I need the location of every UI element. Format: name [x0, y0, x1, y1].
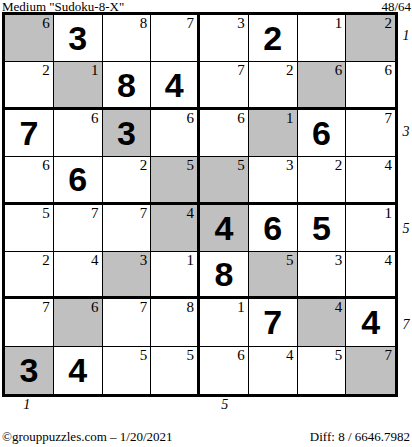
pencil-mark: 2 [140, 157, 148, 173]
cell-r3c8[interactable]: 7 [346, 110, 395, 157]
cell-r7c3[interactable]: 7 [103, 299, 152, 346]
given-digit: 7 [263, 305, 282, 339]
cell-r2c4[interactable]: 4 [151, 62, 200, 109]
cell-r8c1[interactable]: 3 [5, 347, 54, 394]
pencil-mark: 3 [286, 157, 294, 173]
cell-r8c5[interactable]: 6 [200, 347, 249, 394]
given-digit: 8 [214, 257, 233, 291]
row-labels: 1357 [400, 12, 412, 397]
cell-r5c8[interactable]: 1 [346, 205, 395, 252]
cell-r1c3[interactable]: 8 [103, 15, 152, 62]
cell-r7c4[interactable]: 8 [151, 299, 200, 346]
pencil-mark: 6 [42, 157, 50, 173]
cell-r8c8[interactable]: 7 [346, 347, 395, 394]
pencil-mark: 3 [140, 252, 148, 268]
pencil-mark: 2 [42, 252, 50, 268]
pencil-mark: 6 [335, 62, 343, 78]
pencil-mark: 2 [385, 15, 393, 31]
given-digit: 3 [68, 21, 87, 55]
cell-r4c5[interactable]: 5 [200, 157, 249, 204]
copyright-text: ©grouppuzzles.com – 1/20/2021 [2, 429, 173, 445]
row-label-3: 3 [400, 108, 412, 156]
row-label-1: 1 [400, 12, 412, 60]
col-label-empty [101, 397, 151, 415]
cell-r2c7[interactable]: 6 [298, 62, 347, 109]
cell-r6c4[interactable]: 1 [151, 252, 200, 299]
cell-r7c1[interactable]: 7 [5, 299, 54, 346]
pencil-mark: 1 [91, 62, 99, 78]
pencil-mark: 6 [91, 110, 99, 126]
given-digit: 7 [19, 116, 38, 150]
cell-r3c2[interactable]: 6 [54, 110, 103, 157]
footer: ©grouppuzzles.com – 1/20/2021 Diff: 8 / … [2, 429, 410, 445]
col-label-empty [151, 397, 201, 415]
cell-r5c4[interactable]: 4 [151, 205, 200, 252]
cell-r2c3[interactable]: 8 [103, 62, 152, 109]
cell-r7c5[interactable]: 1 [200, 299, 249, 346]
pencil-mark: 5 [140, 347, 148, 363]
given-digit: 3 [19, 353, 38, 387]
pencil-mark: 2 [42, 62, 50, 78]
cell-r6c1[interactable]: 2 [5, 252, 54, 299]
pencil-mark: 4 [91, 252, 99, 268]
cell-r6c3[interactable]: 3 [103, 252, 152, 299]
cell-r3c1[interactable]: 7 [5, 110, 54, 157]
cell-r4c8[interactable]: 4 [346, 157, 395, 204]
pencil-mark: 1 [335, 15, 343, 31]
row-label-empty [400, 60, 412, 108]
col-label-empty [299, 397, 349, 415]
cell-r1c8[interactable]: 2 [346, 15, 395, 62]
pencil-mark: 5 [187, 347, 195, 363]
cell-r1c4[interactable]: 7 [151, 15, 200, 62]
row-label-empty [400, 349, 412, 397]
pencil-mark: 6 [91, 299, 99, 315]
pencil-mark: 3 [335, 252, 343, 268]
cell-r1c7[interactable]: 1 [298, 15, 347, 62]
difficulty-text: Diff: 8 / 6646.7982 [310, 429, 410, 445]
cell-r1c1[interactable]: 6 [5, 15, 54, 62]
pencil-mark: 4 [385, 157, 393, 173]
cell-r5c6[interactable]: 6 [249, 205, 298, 252]
pencil-mark: 5 [335, 347, 343, 363]
cell-r7c8[interactable]: 4 [346, 299, 395, 346]
given-digit: 4 [165, 68, 184, 102]
pencil-mark: 7 [385, 110, 393, 126]
col-label-empty [52, 397, 102, 415]
cell-r4c1[interactable]: 6 [5, 157, 54, 204]
pencil-mark: 6 [237, 110, 245, 126]
cell-r5c2[interactable]: 7 [54, 205, 103, 252]
cell-r2c5[interactable]: 7 [200, 62, 249, 109]
pencil-mark: 5 [42, 205, 50, 221]
col-label-5: 5 [200, 397, 250, 415]
cell-r2c2[interactable]: 1 [54, 62, 103, 109]
pencil-mark: 5 [187, 157, 195, 173]
pencil-mark: 6 [385, 62, 393, 78]
given-digit: 4 [361, 305, 380, 339]
cell-r4c3[interactable]: 2 [103, 157, 152, 204]
cell-r4c6[interactable]: 3 [249, 157, 298, 204]
cell-r8c6[interactable]: 4 [249, 347, 298, 394]
pencil-mark: 8 [140, 15, 148, 31]
given-digit: 2 [263, 21, 282, 55]
pencil-mark: 4 [335, 299, 343, 315]
given-digit: 6 [68, 162, 87, 196]
row-label-empty [400, 253, 412, 301]
pencil-mark: 3 [237, 15, 245, 31]
col-label-1: 1 [2, 397, 52, 415]
cell-r7c7[interactable]: 4 [298, 299, 347, 346]
sudoku-board: 6387321221847266763661676625532457744651… [2, 12, 398, 397]
cell-r5c1[interactable]: 5 [5, 205, 54, 252]
pencil-mark: 7 [187, 15, 195, 31]
cell-r7c2[interactable]: 6 [54, 299, 103, 346]
pencil-mark: 1 [286, 110, 294, 126]
cell-r7c6[interactable]: 7 [249, 299, 298, 346]
cell-r2c6[interactable]: 2 [249, 62, 298, 109]
given-digit: 8 [117, 68, 136, 102]
pencil-mark: 1 [385, 205, 393, 221]
cell-r8c2[interactable]: 4 [54, 347, 103, 394]
cell-r2c8[interactable]: 6 [346, 62, 395, 109]
cell-r5c5[interactable]: 4 [200, 205, 249, 252]
cell-r1c5[interactable]: 3 [200, 15, 249, 62]
col-label-empty [250, 397, 300, 415]
pencil-mark: 5 [237, 157, 245, 173]
cell-r4c7[interactable]: 2 [298, 157, 347, 204]
cell-r6c5[interactable]: 8 [200, 252, 249, 299]
pencil-mark: 4 [286, 347, 294, 363]
given-digit: 3 [117, 116, 136, 150]
row-label-5: 5 [400, 205, 412, 253]
cell-r4c4[interactable]: 5 [151, 157, 200, 204]
pencil-mark: 7 [385, 347, 393, 363]
pencil-mark: 7 [91, 205, 99, 221]
pencil-mark: 2 [335, 157, 343, 173]
given-digit: 4 [214, 211, 233, 245]
pencil-mark: 1 [187, 252, 195, 268]
pencil-mark: 6 [187, 110, 195, 126]
cell-r6c8[interactable]: 4 [346, 252, 395, 299]
pencil-mark: 4 [385, 252, 393, 268]
cell-r8c7[interactable]: 5 [298, 347, 347, 394]
col-labels: 15 [2, 397, 398, 415]
row-label-7: 7 [400, 301, 412, 349]
cell-r3c4[interactable]: 6 [151, 110, 200, 157]
puzzle-page: Medium "Sudoku-8-X" 48/64 63873212218472… [0, 0, 412, 447]
cell-r1c2[interactable]: 3 [54, 15, 103, 62]
cell-r3c7[interactable]: 6 [298, 110, 347, 157]
pencil-mark: 5 [286, 252, 294, 268]
given-digit: 5 [312, 211, 331, 245]
cell-r8c3[interactable]: 5 [103, 347, 152, 394]
cell-r4c2[interactable]: 6 [54, 157, 103, 204]
cell-r5c7[interactable]: 5 [298, 205, 347, 252]
given-digit: 6 [312, 116, 331, 150]
pencil-mark: 7 [42, 299, 50, 315]
given-digit: 6 [263, 211, 282, 245]
cell-r8c4[interactable]: 5 [151, 347, 200, 394]
cell-r6c2[interactable]: 4 [54, 252, 103, 299]
cell-r3c3[interactable]: 3 [103, 110, 152, 157]
given-digit: 4 [68, 353, 87, 387]
pencil-mark: 7 [140, 205, 148, 221]
pencil-mark: 4 [187, 205, 195, 221]
pencil-mark: 2 [286, 62, 294, 78]
cell-r6c6[interactable]: 5 [249, 252, 298, 299]
cell-r3c5[interactable]: 6 [200, 110, 249, 157]
col-label-empty [349, 397, 399, 415]
pencil-mark: 7 [140, 299, 148, 315]
row-label-empty [400, 156, 412, 204]
cell-r3c6[interactable]: 1 [249, 110, 298, 157]
pencil-mark: 6 [237, 347, 245, 363]
pencil-mark: 1 [237, 299, 245, 315]
cell-r5c3[interactable]: 7 [103, 205, 152, 252]
cell-r1c6[interactable]: 2 [249, 15, 298, 62]
pencil-mark: 7 [237, 62, 245, 78]
pencil-mark: 6 [42, 15, 50, 31]
cell-r6c7[interactable]: 3 [298, 252, 347, 299]
pencil-mark: 8 [187, 299, 195, 315]
cell-r2c1[interactable]: 2 [5, 62, 54, 109]
